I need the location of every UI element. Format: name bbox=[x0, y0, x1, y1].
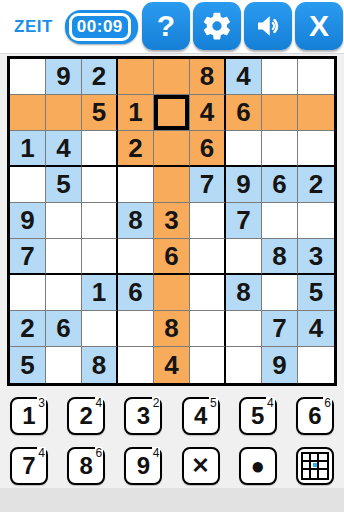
cell-r6c9[interactable]: 3 bbox=[298, 239, 334, 275]
cell-r8c1[interactable]: 2 bbox=[10, 311, 46, 347]
digit-8-key[interactable]: 86 bbox=[67, 447, 105, 485]
cell-r8c4[interactable] bbox=[118, 311, 154, 347]
cell-r1c3[interactable]: 2 bbox=[82, 59, 118, 95]
top-bar: ZEIT 00:09 ?X bbox=[0, 0, 344, 54]
cell-r7c1[interactable] bbox=[10, 275, 46, 311]
digit-1-key[interactable]: 13 bbox=[10, 397, 48, 435]
cell-r4c5[interactable] bbox=[154, 167, 190, 203]
cell-r5c2[interactable] bbox=[46, 203, 82, 239]
cell-r6c2[interactable] bbox=[46, 239, 82, 275]
cell-r4c3[interactable] bbox=[82, 167, 118, 203]
cell-r7c8[interactable] bbox=[262, 275, 298, 311]
cell-r2c6[interactable]: 4 bbox=[190, 95, 226, 131]
cell-r3c8[interactable] bbox=[262, 131, 298, 167]
cell-r6c7[interactable] bbox=[226, 239, 262, 275]
digit-label: 5 bbox=[251, 402, 264, 430]
help-button[interactable]: ? bbox=[142, 2, 190, 50]
cell-r4c6[interactable]: 7 bbox=[190, 167, 226, 203]
cell-r6c5[interactable]: 6 bbox=[154, 239, 190, 275]
cell-r3c7[interactable] bbox=[226, 131, 262, 167]
cell-r3c5[interactable] bbox=[154, 131, 190, 167]
cell-r9c1[interactable]: 5 bbox=[10, 347, 46, 383]
cell-r2c2[interactable] bbox=[46, 95, 82, 131]
cell-r9c4[interactable] bbox=[118, 347, 154, 383]
digit-label: 2 bbox=[80, 402, 93, 430]
digit-count: 2 bbox=[152, 397, 161, 410]
cell-r8c9[interactable]: 4 bbox=[298, 311, 334, 347]
digit-4-key[interactable]: 45 bbox=[182, 397, 220, 435]
cell-r7c5[interactable] bbox=[154, 275, 190, 311]
keypad-row: 748694✕● bbox=[10, 447, 334, 485]
digit-label: 3 bbox=[137, 402, 150, 430]
mark-dot-icon: ● bbox=[251, 454, 266, 478]
cell-r9c6[interactable] bbox=[190, 347, 226, 383]
cell-r1c4[interactable] bbox=[118, 59, 154, 95]
candidates-key[interactable] bbox=[296, 447, 334, 485]
cell-r5c3[interactable] bbox=[82, 203, 118, 239]
cell-r3c6[interactable]: 6 bbox=[190, 131, 226, 167]
cell-r6c1[interactable]: 7 bbox=[10, 239, 46, 275]
digit-label: 6 bbox=[308, 402, 321, 430]
cell-r5c6[interactable] bbox=[190, 203, 226, 239]
digit-6-key[interactable]: 66 bbox=[296, 397, 334, 435]
cell-r7c9[interactable]: 5 bbox=[298, 275, 334, 311]
cell-r5c8[interactable] bbox=[262, 203, 298, 239]
cell-r8c5[interactable]: 8 bbox=[154, 311, 190, 347]
cell-r8c2[interactable]: 6 bbox=[46, 311, 82, 347]
cell-r9c3[interactable]: 8 bbox=[82, 347, 118, 383]
digit-count: 4 bbox=[152, 447, 161, 460]
cell-r2c7[interactable]: 6 bbox=[226, 95, 262, 131]
cell-r1c9[interactable] bbox=[298, 59, 334, 95]
digit-count: 6 bbox=[95, 447, 104, 460]
cell-r7c3[interactable]: 1 bbox=[82, 275, 118, 311]
timer-label: ZEIT bbox=[14, 17, 53, 37]
cell-r3c1[interactable]: 1 bbox=[10, 131, 46, 167]
settings-button[interactable] bbox=[193, 2, 241, 50]
speaker-icon bbox=[252, 10, 284, 42]
cell-r5c1[interactable]: 9 bbox=[10, 203, 46, 239]
cell-r2c3[interactable]: 5 bbox=[82, 95, 118, 131]
cell-r2c8[interactable] bbox=[262, 95, 298, 131]
cell-r4c9[interactable]: 2 bbox=[298, 167, 334, 203]
cell-r6c4[interactable] bbox=[118, 239, 154, 275]
cell-r1c1[interactable] bbox=[10, 59, 46, 95]
digit-label: 8 bbox=[80, 452, 93, 480]
cell-r5c5[interactable]: 3 bbox=[154, 203, 190, 239]
cell-r9c9[interactable] bbox=[298, 347, 334, 383]
digit-3-key[interactable]: 32 bbox=[124, 397, 162, 435]
cell-r3c9[interactable] bbox=[298, 131, 334, 167]
digit-count: 4 bbox=[95, 397, 104, 410]
cell-r7c2[interactable] bbox=[46, 275, 82, 311]
cell-r1c8[interactable] bbox=[262, 59, 298, 95]
cell-r1c7[interactable]: 4 bbox=[226, 59, 262, 95]
cell-r4c1[interactable] bbox=[10, 167, 46, 203]
cell-r7c7[interactable]: 8 bbox=[226, 275, 262, 311]
cell-r3c4[interactable]: 2 bbox=[118, 131, 154, 167]
cell-r8c7[interactable] bbox=[226, 311, 262, 347]
cell-r8c6[interactable] bbox=[190, 311, 226, 347]
gear-icon bbox=[201, 10, 233, 42]
digit-count: 4 bbox=[37, 447, 46, 460]
cell-r7c4[interactable]: 6 bbox=[118, 275, 154, 311]
cell-r4c2[interactable]: 5 bbox=[46, 167, 82, 203]
cell-r6c6[interactable] bbox=[190, 239, 226, 275]
close-button[interactable]: X bbox=[295, 2, 343, 50]
cell-r9c2[interactable] bbox=[46, 347, 82, 383]
cell-r2c5[interactable] bbox=[154, 95, 190, 131]
digit-label: 1 bbox=[22, 402, 35, 430]
question-icon: ? bbox=[157, 9, 175, 43]
cell-r1c6[interactable]: 8 bbox=[190, 59, 226, 95]
cell-r5c9[interactable] bbox=[298, 203, 334, 239]
sound-button[interactable] bbox=[244, 2, 292, 50]
digit-2-key[interactable]: 24 bbox=[67, 397, 105, 435]
digit-label: 7 bbox=[22, 452, 35, 480]
digit-label: 9 bbox=[137, 452, 150, 480]
cell-r7c6[interactable] bbox=[190, 275, 226, 311]
cell-r2c1[interactable] bbox=[10, 95, 46, 131]
cell-r9c8[interactable]: 9 bbox=[262, 347, 298, 383]
digit-label: 4 bbox=[194, 402, 207, 430]
cell-r5c7[interactable]: 7 bbox=[226, 203, 262, 239]
digit-5-key[interactable]: 54 bbox=[239, 397, 277, 435]
sudoku-board: 92845146142657962983776831685268745849 bbox=[7, 56, 337, 386]
digit-9-key[interactable]: 94 bbox=[124, 447, 162, 485]
digit-count: 5 bbox=[209, 397, 218, 410]
cell-r9c5[interactable]: 4 bbox=[154, 347, 190, 383]
digit-count: 6 bbox=[323, 397, 332, 410]
cell-r4c7[interactable]: 9 bbox=[226, 167, 262, 203]
erase-icon: ✕ bbox=[191, 453, 209, 479]
close-icon: X bbox=[309, 9, 329, 43]
digit-count: 3 bbox=[37, 397, 46, 410]
cell-r1c2[interactable]: 9 bbox=[46, 59, 82, 95]
cell-r3c3[interactable] bbox=[82, 131, 118, 167]
digit-7-key[interactable]: 74 bbox=[10, 447, 48, 485]
cell-r6c3[interactable] bbox=[82, 239, 118, 275]
cell-r1c5[interactable] bbox=[154, 59, 190, 95]
cell-r8c8[interactable]: 7 bbox=[262, 311, 298, 347]
keypad: 132432455466748694✕● bbox=[0, 386, 344, 489]
cell-r4c8[interactable]: 6 bbox=[262, 167, 298, 203]
cell-r3c2[interactable]: 4 bbox=[46, 131, 82, 167]
cell-r2c9[interactable] bbox=[298, 95, 334, 131]
toolbar: ?X bbox=[142, 2, 343, 50]
timer-badge: 00:09 bbox=[65, 10, 138, 44]
candidates-grid-icon bbox=[301, 452, 329, 480]
cell-r8c3[interactable] bbox=[82, 311, 118, 347]
keypad-row: 132432455466 bbox=[10, 397, 334, 435]
cell-r5c4[interactable]: 8 bbox=[118, 203, 154, 239]
cell-r6c8[interactable]: 8 bbox=[262, 239, 298, 275]
timer-value: 00:09 bbox=[69, 13, 131, 41]
bottom-strip bbox=[0, 488, 344, 512]
cell-r2c4[interactable]: 1 bbox=[118, 95, 154, 131]
cell-r4c4[interactable] bbox=[118, 167, 154, 203]
digit-count: 4 bbox=[266, 397, 275, 410]
mark-key[interactable]: ● bbox=[239, 447, 277, 485]
erase-key[interactable]: ✕ bbox=[182, 447, 220, 485]
cell-r9c7[interactable] bbox=[226, 347, 262, 383]
board-area: 92845146142657962983776831685268745849 bbox=[0, 54, 344, 386]
